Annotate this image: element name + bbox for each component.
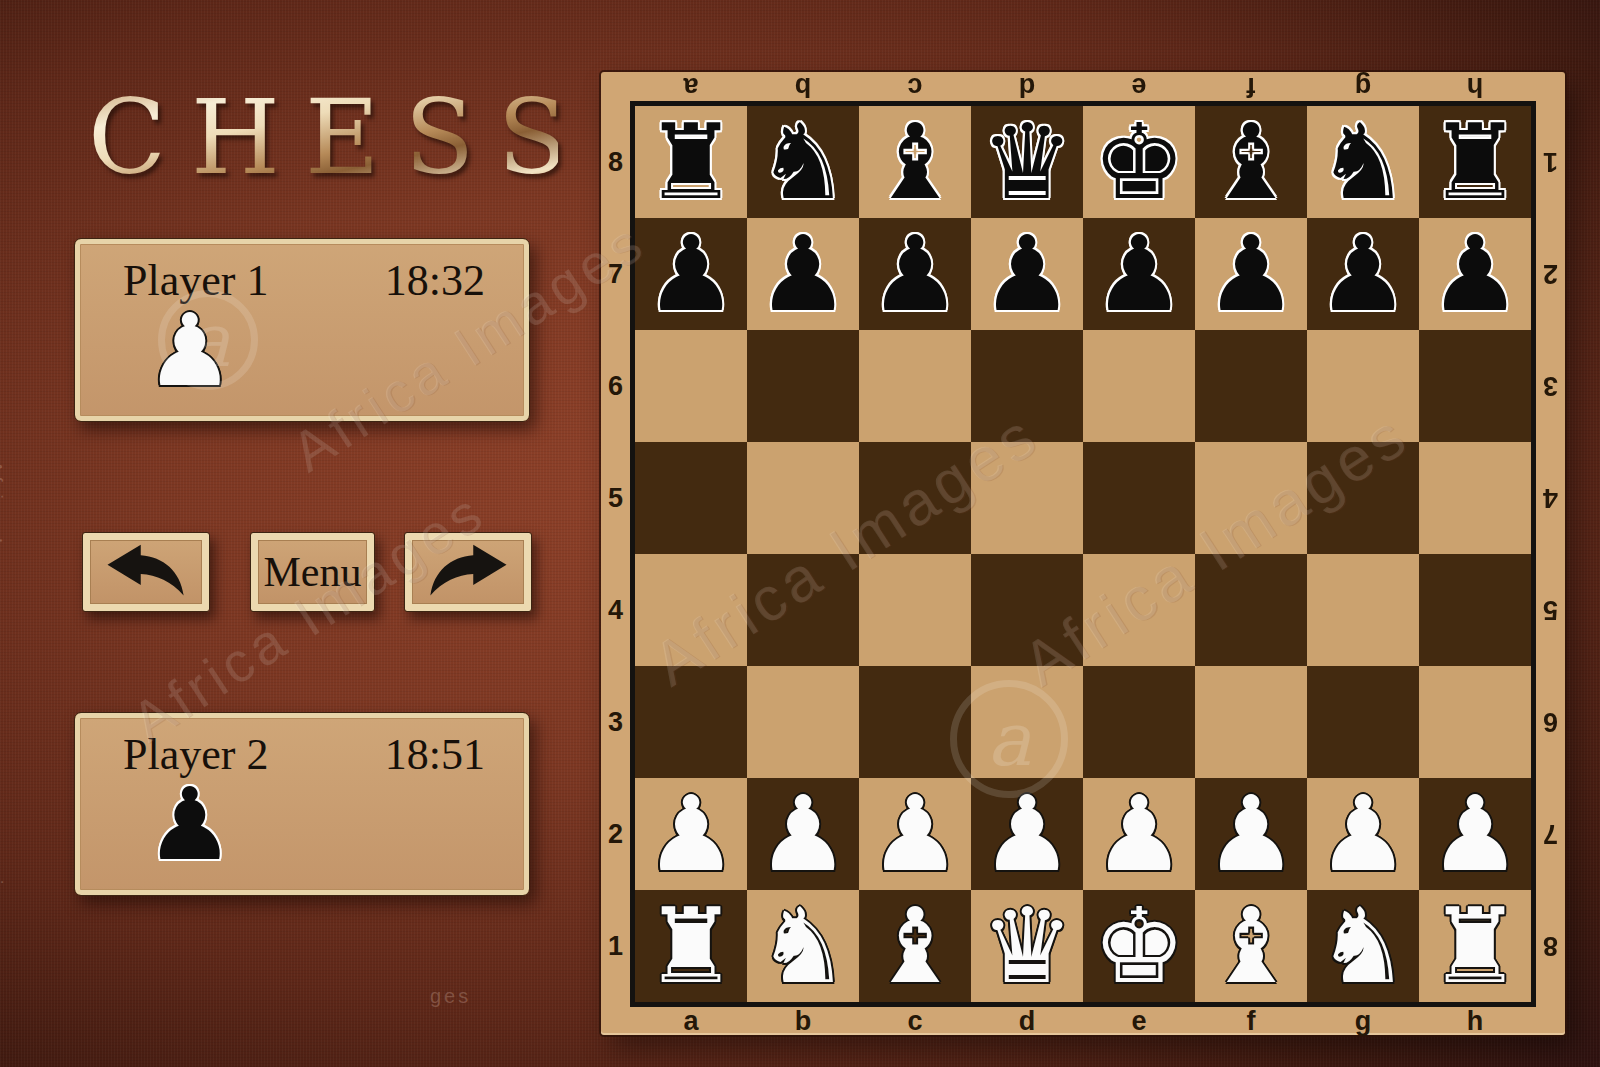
square-h6[interactable] [1419, 330, 1531, 442]
piece-white-king[interactable]: ♚ [1092, 890, 1185, 1002]
coord-label: 6 [1536, 666, 1565, 778]
file-labels-bottom: abcdefgh [635, 1007, 1531, 1035]
square-e2[interactable]: ♟ [1083, 778, 1195, 890]
coord-label: e [1083, 1007, 1195, 1035]
square-c1[interactable]: ♝ [859, 890, 971, 1002]
square-g8[interactable]: ♞ [1307, 106, 1419, 218]
player1-clock-panel: Player 1 18:32 ♟ [74, 238, 530, 422]
square-h2[interactable]: ♟ [1419, 778, 1531, 890]
square-f2[interactable]: ♟ [1195, 778, 1307, 890]
square-b8[interactable]: ♞ [747, 106, 859, 218]
menu-button[interactable]: Menu [250, 532, 375, 612]
square-e6[interactable] [1083, 330, 1195, 442]
coord-label: 5 [601, 442, 630, 554]
coord-label: g [1307, 1007, 1419, 1035]
page-title: CHESS [88, 84, 558, 191]
piece-black-pawn[interactable]: ♟ [1316, 218, 1409, 330]
piece-black-knight[interactable]: ♞ [756, 106, 849, 218]
square-f6[interactable] [1195, 330, 1307, 442]
piece-white-pawn[interactable]: ♟ [1428, 778, 1521, 890]
square-c4[interactable] [859, 554, 971, 666]
coord-label: 8 [601, 106, 630, 218]
coord-label: 4 [1536, 442, 1565, 554]
coord-label: d [971, 1007, 1083, 1035]
piece-black-pawn[interactable]: ♟ [756, 218, 849, 330]
app-background: CHESS Player 1 18:32 ♟ Menu Player 2 18:… [0, 0, 1600, 1067]
board-grid: ♜♞♝♛♚♝♞♜♟♟♟♟♟♟♟♟♟♟♟♟♟♟♟♟♜♞♝♛♚♝♞♜ [630, 101, 1536, 1007]
rank-labels-right: 12345678 [1536, 106, 1565, 1002]
piece-white-bishop[interactable]: ♝ [1204, 890, 1297, 1002]
player2-clock-panel: Player 2 18:51 ♟ [74, 712, 530, 896]
black-pawn-icon: ♟ [145, 771, 235, 879]
coord-label: 3 [601, 666, 630, 778]
square-e7[interactable]: ♟ [1083, 218, 1195, 330]
file-labels-top: abcdefgh [635, 72, 1531, 101]
piece-black-bishop[interactable]: ♝ [868, 106, 961, 218]
square-g6[interactable] [1307, 330, 1419, 442]
piece-black-pawn[interactable]: ♟ [1204, 218, 1297, 330]
square-c3[interactable] [859, 666, 971, 778]
square-a1[interactable]: ♜ [635, 890, 747, 1002]
coord-label: f [1195, 1007, 1307, 1035]
square-g4[interactable] [1307, 554, 1419, 666]
square-h4[interactable] [1419, 554, 1531, 666]
undo-button[interactable] [82, 532, 210, 612]
piece-black-rook[interactable]: ♜ [1428, 106, 1521, 218]
square-b1[interactable]: ♞ [747, 890, 859, 1002]
piece-black-bishop[interactable]: ♝ [1204, 106, 1297, 218]
coord-label: c [859, 72, 971, 101]
coord-label: 4 [601, 554, 630, 666]
piece-white-pawn[interactable]: ♟ [1204, 778, 1297, 890]
square-e5[interactable] [1083, 442, 1195, 554]
piece-white-rook[interactable]: ♜ [644, 890, 737, 1002]
coord-label: 7 [1536, 778, 1565, 890]
coord-label: 2 [601, 778, 630, 890]
square-a5[interactable] [635, 442, 747, 554]
square-h1[interactable]: ♜ [1419, 890, 1531, 1002]
coord-label: g [1307, 72, 1419, 101]
square-e8[interactable]: ♚ [1083, 106, 1195, 218]
square-d7[interactable]: ♟ [971, 218, 1083, 330]
watermark-fragment: mages [0, 34, 6, 109]
square-d4[interactable] [971, 554, 1083, 666]
piece-white-pawn[interactable]: ♟ [756, 778, 849, 890]
menu-button-label: Menu [264, 548, 362, 596]
square-f4[interactable] [1195, 554, 1307, 666]
piece-white-pawn[interactable]: ♟ [1092, 778, 1185, 890]
coord-label: b [747, 1007, 859, 1035]
coord-label: 6 [601, 330, 630, 442]
square-b4[interactable] [747, 554, 859, 666]
rank-labels-left: 87654321 [601, 106, 630, 1002]
square-h3[interactable] [1419, 666, 1531, 778]
square-h7[interactable]: ♟ [1419, 218, 1531, 330]
square-a6[interactable] [635, 330, 747, 442]
chess-board: abcdefgh 87654321 12345678 abcdefgh ♜♞♝♛… [601, 72, 1565, 1035]
coord-label: 7 [601, 218, 630, 330]
coord-label: 3 [1536, 330, 1565, 442]
square-d3[interactable] [971, 666, 1083, 778]
coord-label: c [859, 1007, 971, 1035]
piece-black-knight[interactable]: ♞ [1316, 106, 1409, 218]
piece-black-pawn[interactable]: ♟ [1428, 218, 1521, 330]
coord-label: d [971, 72, 1083, 101]
square-g7[interactable]: ♟ [1307, 218, 1419, 330]
piece-black-pawn[interactable]: ♟ [644, 218, 737, 330]
square-e1[interactable]: ♚ [1083, 890, 1195, 1002]
coord-label: h [1419, 1007, 1531, 1035]
square-a8[interactable]: ♜ [635, 106, 747, 218]
square-h5[interactable] [1419, 442, 1531, 554]
coord-label: e [1083, 72, 1195, 101]
white-pawn-icon: ♟ [145, 297, 235, 405]
square-d1[interactable]: ♛ [971, 890, 1083, 1002]
player1-time: 18:32 [385, 255, 485, 306]
square-g1[interactable]: ♞ [1307, 890, 1419, 1002]
piece-white-bishop[interactable]: ♝ [868, 890, 961, 1002]
square-d6[interactable] [971, 330, 1083, 442]
piece-black-queen[interactable]: ♛ [980, 106, 1073, 218]
square-b7[interactable]: ♟ [747, 218, 859, 330]
square-g2[interactable]: ♟ [1307, 778, 1419, 890]
square-f7[interactable]: ♟ [1195, 218, 1307, 330]
coord-label: 1 [601, 890, 630, 1002]
square-c2[interactable]: ♟ [859, 778, 971, 890]
square-h8[interactable]: ♜ [1419, 106, 1531, 218]
square-c7[interactable]: ♟ [859, 218, 971, 330]
coord-label: a [635, 1007, 747, 1035]
square-b6[interactable] [747, 330, 859, 442]
square-f5[interactable] [1195, 442, 1307, 554]
square-e3[interactable] [1083, 666, 1195, 778]
piece-white-queen[interactable]: ♛ [980, 890, 1073, 1002]
coord-label: 1 [1536, 106, 1565, 218]
piece-black-pawn[interactable]: ♟ [1092, 218, 1185, 330]
coord-label: 2 [1536, 218, 1565, 330]
redo-arrow-icon [424, 542, 512, 602]
square-a7[interactable]: ♟ [635, 218, 747, 330]
coord-label: h [1419, 72, 1531, 101]
square-c6[interactable] [859, 330, 971, 442]
coord-label: f [1195, 72, 1307, 101]
piece-white-pawn[interactable]: ♟ [980, 778, 1073, 890]
square-f8[interactable]: ♝ [1195, 106, 1307, 218]
square-f3[interactable] [1195, 666, 1307, 778]
square-f1[interactable]: ♝ [1195, 890, 1307, 1002]
square-d8[interactable]: ♛ [971, 106, 1083, 218]
piece-black-pawn[interactable]: ♟ [868, 218, 961, 330]
piece-black-king[interactable]: ♚ [1092, 106, 1185, 218]
undo-arrow-icon [102, 542, 190, 602]
square-g5[interactable] [1307, 442, 1419, 554]
watermark-fragment: ges [430, 985, 471, 1008]
piece-white-pawn[interactable]: ♟ [868, 778, 961, 890]
square-e4[interactable] [1083, 554, 1195, 666]
player2-time: 18:51 [385, 729, 485, 780]
square-d5[interactable] [971, 442, 1083, 554]
piece-white-knight[interactable]: ♞ [756, 890, 849, 1002]
square-d2[interactable]: ♟ [971, 778, 1083, 890]
square-a4[interactable] [635, 554, 747, 666]
piece-white-knight[interactable]: ♞ [1316, 890, 1409, 1002]
square-g3[interactable] [1307, 666, 1419, 778]
square-b5[interactable] [747, 442, 859, 554]
square-a2[interactable]: ♟ [635, 778, 747, 890]
square-a3[interactable] [635, 666, 747, 778]
piece-black-pawn[interactable]: ♟ [980, 218, 1073, 330]
piece-white-pawn[interactable]: ♟ [1316, 778, 1409, 890]
coord-label: 8 [1536, 890, 1565, 1002]
watermark-fragment: images [0, 880, 6, 962]
square-c8[interactable]: ♝ [859, 106, 971, 218]
coord-label: 5 [1536, 554, 1565, 666]
coord-label: b [747, 72, 859, 101]
watermark-fragment: Africa Images [0, 460, 6, 621]
square-c5[interactable] [859, 442, 971, 554]
piece-white-rook[interactable]: ♜ [1428, 890, 1521, 1002]
square-b3[interactable] [747, 666, 859, 778]
coord-label: a [635, 72, 747, 101]
piece-black-rook[interactable]: ♜ [644, 106, 737, 218]
piece-white-pawn[interactable]: ♟ [644, 778, 737, 890]
square-b2[interactable]: ♟ [747, 778, 859, 890]
redo-button[interactable] [404, 532, 532, 612]
